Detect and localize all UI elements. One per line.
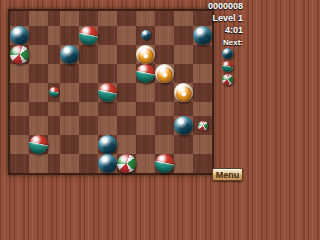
next-marbles-list — [201, 47, 243, 86]
orange-marble[interactable] — [136, 45, 155, 64]
board-cell[interactable] — [155, 135, 174, 154]
board-cell[interactable] — [60, 26, 79, 45]
board-cell[interactable] — [98, 64, 117, 83]
board-cell[interactable] — [117, 11, 136, 26]
board-cell[interactable] — [136, 11, 155, 26]
board-cell[interactable] — [136, 116, 155, 135]
board-cell[interactable] — [98, 135, 117, 154]
board-cell[interactable] — [174, 26, 193, 45]
next-teal-marble — [222, 48, 233, 59]
board-cell[interactable] — [155, 26, 174, 45]
board-cell[interactable] — [98, 11, 117, 26]
board-cell[interactable] — [155, 116, 174, 135]
board-cell[interactable] — [117, 135, 136, 154]
board-cell[interactable] — [29, 116, 48, 135]
board-cell[interactable] — [29, 135, 48, 154]
board-cell[interactable] — [79, 64, 98, 83]
board-cell[interactable] — [10, 26, 29, 45]
board-cell[interactable] — [98, 45, 117, 64]
board-cell[interactable] — [117, 83, 136, 102]
board-cell[interactable] — [174, 135, 193, 154]
board-cell[interactable] — [117, 26, 136, 45]
board-cell[interactable] — [136, 154, 155, 173]
board-cell[interactable] — [174, 83, 193, 102]
board-cell[interactable] — [193, 135, 212, 154]
board-cell[interactable] — [117, 154, 136, 173]
board-cell[interactable] — [10, 11, 29, 26]
board-cell[interactable] — [174, 45, 193, 64]
orange-marble[interactable] — [174, 83, 193, 102]
board-cell[interactable] — [60, 11, 79, 26]
board-cell[interactable] — [10, 64, 29, 83]
board-cell[interactable] — [98, 116, 117, 135]
board-cell[interactable] — [174, 64, 193, 83]
board-cell[interactable] — [10, 102, 29, 117]
board-cell[interactable] — [193, 154, 212, 173]
board-cell[interactable] — [117, 64, 136, 83]
board-cell[interactable] — [48, 11, 60, 26]
board-cell[interactable] — [10, 45, 29, 64]
score-value: 0000008 — [201, 1, 243, 11]
board-cell[interactable] — [48, 45, 60, 64]
board-cell[interactable] — [79, 45, 98, 64]
board-cell[interactable] — [193, 116, 212, 135]
board-cell[interactable] — [155, 102, 174, 117]
board-cell[interactable] — [60, 116, 79, 135]
teal-marble[interactable] — [193, 26, 212, 45]
board-cell[interactable] — [60, 45, 79, 64]
board-cell[interactable] — [48, 135, 60, 154]
board-cell[interactable] — [60, 102, 79, 117]
board-cell[interactable] — [79, 11, 98, 26]
teal-marble[interactable] — [98, 135, 117, 154]
board-cell[interactable] — [155, 83, 174, 102]
game-board — [8, 9, 214, 175]
board-cell[interactable] — [29, 154, 48, 173]
board-cell[interactable] — [29, 45, 48, 64]
board-cell[interactable] — [98, 26, 117, 45]
board-cell[interactable] — [174, 154, 193, 173]
board-cell[interactable] — [174, 116, 193, 135]
board-cell[interactable] — [98, 154, 117, 173]
board-cell[interactable] — [117, 116, 136, 135]
board-cell[interactable] — [98, 83, 117, 102]
small-beachball-marble — [198, 121, 208, 131]
next-beachball-marble — [222, 74, 233, 85]
teal-marble[interactable] — [174, 116, 193, 135]
board-cell[interactable] — [29, 11, 48, 26]
red-teal-marble[interactable] — [79, 26, 98, 45]
next-red-teal-marble — [222, 61, 233, 72]
board-cell[interactable] — [48, 26, 60, 45]
level-indicator: Level 1 — [201, 13, 243, 23]
teal-marble[interactable] — [10, 26, 29, 45]
teal-marble[interactable] — [60, 45, 79, 64]
board-cell[interactable] — [193, 102, 212, 117]
beachball-marble[interactable] — [117, 154, 136, 173]
board-cell[interactable] — [155, 45, 174, 64]
board-cell[interactable] — [155, 11, 174, 26]
board-cell[interactable] — [155, 154, 174, 173]
board-cell[interactable] — [60, 64, 79, 83]
red-teal-marble[interactable] — [155, 154, 174, 173]
board-cell[interactable] — [48, 102, 60, 117]
board-cell[interactable] — [79, 102, 98, 117]
beachball-marble[interactable] — [10, 45, 29, 64]
board-cell[interactable] — [174, 11, 193, 26]
board-cell[interactable] — [79, 154, 98, 173]
board-cell[interactable] — [29, 26, 48, 45]
board-cell[interactable] — [117, 102, 136, 117]
small-teal-marble — [141, 30, 151, 40]
board-cell[interactable] — [48, 83, 60, 102]
board-cell[interactable] — [29, 102, 48, 117]
board-cell[interactable] — [79, 135, 98, 154]
board-cell[interactable] — [10, 116, 29, 135]
board-cell[interactable] — [79, 26, 98, 45]
teal-marble[interactable] — [98, 154, 117, 173]
board-cell[interactable] — [10, 154, 29, 173]
red-teal-marble[interactable] — [29, 135, 48, 154]
board-cell[interactable] — [10, 83, 29, 102]
board-cell[interactable] — [136, 64, 155, 83]
board-cell[interactable] — [98, 102, 117, 117]
board-cell[interactable] — [155, 64, 174, 83]
board-cell[interactable] — [60, 83, 79, 102]
board-cell[interactable] — [174, 102, 193, 117]
board-cell[interactable] — [48, 154, 60, 173]
board-cell[interactable] — [29, 64, 48, 83]
board-cell[interactable] — [29, 83, 48, 102]
menu-button[interactable]: Menu — [212, 168, 243, 181]
board-cell[interactable] — [79, 116, 98, 135]
board-cell[interactable] — [10, 135, 29, 154]
board-cell[interactable] — [136, 83, 155, 102]
board-cell[interactable] — [136, 26, 155, 45]
board-cell[interactable] — [136, 102, 155, 117]
red-teal-marble[interactable] — [98, 83, 117, 102]
small-red-teal-marble — [49, 87, 59, 97]
board-cell[interactable] — [193, 26, 212, 45]
board-cell[interactable] — [60, 154, 79, 173]
board-cell[interactable] — [136, 45, 155, 64]
board-cell[interactable] — [60, 135, 79, 154]
board-cell[interactable] — [117, 45, 136, 64]
board-cell[interactable] — [79, 83, 98, 102]
orange-marble[interactable] — [155, 64, 174, 83]
red-teal-marble[interactable] — [136, 64, 155, 83]
board-cell[interactable] — [48, 116, 60, 135]
board-cell[interactable] — [136, 135, 155, 154]
board-cell[interactable] — [48, 64, 60, 83]
